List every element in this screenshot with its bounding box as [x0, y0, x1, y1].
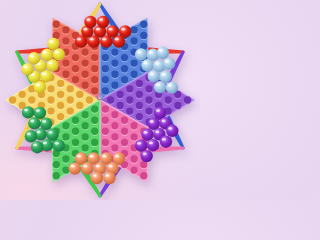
marble-highlight: [99, 18, 103, 21]
marble-highlight: [90, 155, 94, 158]
board-hole[interactable]: [111, 144, 118, 151]
board-hole[interactable]: [130, 133, 137, 140]
board-hole[interactable]: [62, 59, 69, 66]
board-hole[interactable]: [67, 107, 74, 114]
marble-highlight: [109, 165, 113, 168]
marble-highlight: [102, 38, 106, 41]
center-cap-dot: [99, 97, 101, 99]
marble-highlight: [43, 142, 47, 145]
board-hole[interactable]: [62, 133, 69, 140]
board-hole[interactable]: [57, 102, 64, 109]
marble-highlight: [115, 38, 119, 41]
board-hole[interactable]: [102, 76, 109, 83]
marble-highlight: [115, 155, 119, 158]
board-hole[interactable]: [140, 32, 147, 39]
board-hole[interactable]: [91, 128, 98, 135]
board-hole[interactable]: [102, 139, 109, 146]
marble-highlight: [77, 155, 81, 158]
marble-light-blue[interactable]: [135, 48, 147, 60]
marble-highlight: [33, 144, 37, 147]
marble-highlight: [71, 165, 75, 168]
board-hole[interactable]: [86, 96, 93, 103]
marble-light-blue[interactable]: [163, 58, 175, 70]
marble-highlight: [96, 165, 100, 168]
marble-highlight: [24, 66, 28, 69]
marble-purple[interactable]: [135, 139, 147, 151]
board-hole[interactable]: [57, 91, 64, 98]
board-hole[interactable]: [111, 111, 118, 118]
board-hole[interactable]: [111, 59, 118, 66]
marble-highlight: [27, 133, 31, 136]
marble-highlight: [102, 155, 106, 158]
marble-orange[interactable]: [69, 162, 81, 174]
board-hole[interactable]: [81, 122, 88, 129]
board-hole[interactable]: [184, 96, 191, 103]
board-hole[interactable]: [102, 128, 109, 135]
marble-orange[interactable]: [103, 172, 115, 184]
marble-green[interactable]: [25, 130, 37, 142]
board-hole[interactable]: [62, 155, 69, 162]
marble-highlight: [155, 131, 159, 134]
board-hole[interactable]: [81, 48, 88, 55]
board-hole[interactable]: [136, 91, 143, 98]
board-hole[interactable]: [72, 139, 79, 146]
board-hole[interactable]: [76, 102, 83, 109]
board-hole[interactable]: [81, 111, 88, 118]
board-hole[interactable]: [91, 139, 98, 146]
marble-highlight: [77, 38, 81, 41]
board-hole[interactable]: [111, 133, 118, 140]
marble-highlight: [55, 142, 59, 145]
board-hole[interactable]: [117, 102, 124, 109]
board-hole[interactable]: [121, 54, 128, 61]
marble-orange[interactable]: [81, 162, 93, 174]
board-hole[interactable]: [130, 26, 137, 33]
marble-highlight: [155, 62, 159, 65]
marble-light-blue[interactable]: [159, 71, 171, 83]
board-hole[interactable]: [111, 71, 118, 78]
board-hole[interactable]: [67, 85, 74, 92]
board-hole[interactable]: [140, 21, 147, 28]
marble-highlight: [93, 174, 97, 177]
marble-highlight: [162, 73, 166, 76]
board-hole[interactable]: [9, 96, 16, 103]
marble-yellow[interactable]: [47, 38, 59, 50]
marble-highlight: [137, 51, 141, 54]
marble-purple[interactable]: [166, 125, 178, 137]
board-hole[interactable]: [81, 133, 88, 140]
marble-highlight: [49, 40, 53, 43]
board-hole[interactable]: [28, 96, 35, 103]
board-hole[interactable]: [165, 96, 172, 103]
marble-purple[interactable]: [148, 118, 160, 130]
marble-highlight: [48, 62, 52, 65]
board-hole[interactable]: [102, 54, 109, 61]
marble-highlight: [168, 127, 172, 130]
marble-red[interactable]: [119, 25, 131, 37]
marble-highlight: [105, 174, 109, 177]
marble-highlight: [150, 120, 154, 123]
board-hole[interactable]: [145, 107, 152, 114]
board-hole[interactable]: [121, 65, 128, 72]
marble-light-blue[interactable]: [157, 47, 169, 59]
board-hole[interactable]: [91, 76, 98, 83]
marble-highlight: [24, 109, 28, 112]
marble-highlight: [43, 51, 47, 54]
marble-green[interactable]: [31, 141, 43, 153]
marble-yellow[interactable]: [46, 59, 58, 71]
board-hole[interactable]: [72, 76, 79, 83]
board-hole[interactable]: [102, 105, 109, 112]
marble-red[interactable]: [106, 25, 118, 37]
marble-green[interactable]: [22, 106, 34, 118]
board-hole[interactable]: [57, 80, 64, 87]
board-hole[interactable]: [91, 117, 98, 124]
marble-purple[interactable]: [147, 139, 159, 151]
board-hole[interactable]: [91, 65, 98, 72]
board-hole[interactable]: [47, 96, 54, 103]
marble-purple[interactable]: [141, 129, 153, 141]
marble-highlight: [137, 142, 141, 145]
marble-highlight: [90, 38, 94, 41]
marble-highlight: [55, 51, 59, 54]
marble-highlight: [37, 131, 41, 134]
marble-highlight: [156, 109, 160, 112]
board-hole[interactable]: [102, 65, 109, 72]
board-hole[interactable]: [47, 85, 54, 92]
marble-light-blue[interactable]: [141, 59, 153, 71]
board-hole[interactable]: [53, 21, 60, 28]
board-hole[interactable]: [91, 87, 98, 94]
marble-green[interactable]: [53, 139, 65, 151]
board-hole[interactable]: [102, 87, 109, 94]
marble-highlight: [149, 51, 153, 54]
board-hole[interactable]: [130, 59, 137, 66]
marble-green[interactable]: [40, 118, 52, 130]
board-hole[interactable]: [111, 48, 118, 55]
board-hole[interactable]: [117, 91, 124, 98]
board-hole[interactable]: [174, 102, 181, 109]
board-hole[interactable]: [62, 37, 69, 44]
board-photo: [0, 0, 200, 200]
marble-highlight: [143, 62, 147, 65]
board-hole[interactable]: [130, 166, 137, 173]
marble-highlight: [30, 55, 34, 58]
board-hole[interactable]: [57, 113, 64, 120]
board-hole[interactable]: [81, 82, 88, 89]
board-hole[interactable]: [91, 105, 98, 112]
marble-highlight: [96, 28, 100, 31]
board-hole[interactable]: [126, 107, 133, 114]
marble-light-blue[interactable]: [166, 81, 178, 93]
board-hole[interactable]: [145, 85, 152, 92]
board-hole[interactable]: [62, 166, 69, 173]
board-hole[interactable]: [111, 122, 118, 129]
marble-yellow[interactable]: [41, 49, 53, 61]
marble-highlight: [36, 83, 40, 86]
marble-yellow[interactable]: [28, 52, 40, 64]
board-hole[interactable]: [136, 102, 143, 109]
marble-orange[interactable]: [91, 172, 103, 184]
marble-highlight: [149, 142, 153, 145]
marble-highlight: [83, 28, 87, 31]
marble-highlight: [143, 152, 147, 155]
marble-yellow[interactable]: [53, 48, 65, 60]
board-hole[interactable]: [53, 172, 60, 179]
marble-highlight: [168, 84, 172, 87]
marble-highlight: [86, 18, 90, 21]
marble-red[interactable]: [97, 16, 109, 28]
board-hole[interactable]: [111, 82, 118, 89]
marble-highlight: [109, 28, 113, 31]
board-hole[interactable]: [136, 80, 143, 87]
marble-highlight: [143, 131, 147, 134]
board-hole[interactable]: [62, 71, 69, 78]
board-hole[interactable]: [72, 117, 79, 124]
board-hole[interactable]: [67, 96, 74, 103]
board-hole[interactable]: [72, 54, 79, 61]
marble-highlight: [30, 120, 34, 123]
marble-highlight: [48, 131, 52, 134]
board-hole[interactable]: [121, 128, 128, 135]
board-hole[interactable]: [121, 139, 128, 146]
marble-highlight: [156, 83, 160, 86]
marble-highlight: [83, 165, 87, 168]
marble-green[interactable]: [28, 117, 40, 129]
board-hole[interactable]: [126, 96, 133, 103]
marble-highlight: [121, 28, 125, 31]
board-hole[interactable]: [140, 172, 147, 179]
board-hole[interactable]: [107, 96, 114, 103]
board-hole[interactable]: [19, 91, 26, 98]
board-hole[interactable]: [72, 128, 79, 135]
marble-highlight: [36, 109, 40, 112]
board-hole[interactable]: [81, 71, 88, 78]
board-hole[interactable]: [136, 113, 143, 120]
marble-red[interactable]: [84, 16, 96, 28]
board-hole[interactable]: [130, 122, 137, 129]
board-hole[interactable]: [102, 117, 109, 124]
board-hole[interactable]: [121, 76, 128, 83]
marble-highlight: [42, 73, 46, 76]
board-hole[interactable]: [81, 144, 88, 151]
board-hole[interactable]: [91, 54, 98, 61]
board-hole[interactable]: [145, 96, 152, 103]
board-hole[interactable]: [121, 117, 128, 124]
marble-highlight: [150, 73, 154, 76]
board-hole[interactable]: [130, 37, 137, 44]
board-hole[interactable]: [47, 107, 54, 114]
marble-highlight: [165, 60, 169, 63]
marble-highlight: [162, 138, 166, 141]
board-hole[interactable]: [76, 91, 83, 98]
board-hole[interactable]: [126, 85, 133, 92]
marble-green[interactable]: [46, 129, 58, 141]
board-hole[interactable]: [130, 155, 137, 162]
board-hole[interactable]: [62, 122, 69, 129]
marble-highlight: [42, 120, 46, 123]
board-hole[interactable]: [72, 65, 79, 72]
marble-highlight: [162, 120, 166, 123]
marble-yellow[interactable]: [22, 63, 34, 75]
marble-purple[interactable]: [141, 150, 153, 162]
marble-purple[interactable]: [160, 136, 172, 148]
center-cap-dot: [98, 95, 101, 98]
board-hole[interactable]: [62, 26, 69, 33]
board-hole[interactable]: [130, 71, 137, 78]
board-hole[interactable]: [53, 161, 60, 168]
board-hole[interactable]: [81, 59, 88, 66]
marble-highlight: [159, 49, 163, 52]
chinese-checkers-board: [0, 0, 200, 200]
